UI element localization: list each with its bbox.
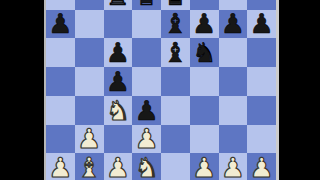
square-g2[interactable]: ♟ bbox=[219, 153, 248, 180]
square-c5[interactable]: ♟ bbox=[104, 67, 133, 96]
square-d4[interactable]: ♟ bbox=[132, 96, 161, 125]
square-d5[interactable] bbox=[132, 67, 161, 96]
square-b8[interactable] bbox=[75, 0, 104, 10]
square-e3[interactable] bbox=[161, 125, 190, 154]
square-f6[interactable]: ♞ bbox=[190, 38, 219, 67]
square-c6[interactable]: ♟ bbox=[104, 38, 133, 67]
square-e4[interactable] bbox=[161, 96, 190, 125]
square-e5[interactable] bbox=[161, 67, 190, 96]
white-knight-c4[interactable]: ♞ bbox=[106, 97, 130, 124]
square-e6[interactable]: ♝ bbox=[161, 38, 190, 67]
square-f3[interactable] bbox=[190, 125, 219, 154]
square-d2[interactable]: ♞ bbox=[132, 153, 161, 180]
black-pawn-c5[interactable]: ♟ bbox=[106, 68, 130, 95]
square-b4[interactable] bbox=[75, 96, 104, 125]
white-pawn-d3[interactable]: ♟ bbox=[135, 125, 159, 152]
square-a6[interactable] bbox=[46, 38, 75, 67]
square-c4[interactable]: ♞ bbox=[104, 96, 133, 125]
square-b5[interactable] bbox=[75, 67, 104, 96]
square-g7[interactable]: ♟ bbox=[219, 10, 248, 39]
black-bishop-e6[interactable]: ♝ bbox=[163, 39, 187, 66]
square-h2[interactable]: ♟ bbox=[247, 153, 276, 180]
square-a3[interactable] bbox=[46, 125, 75, 154]
white-pawn-c2[interactable]: ♟ bbox=[106, 154, 130, 180]
square-g6[interactable] bbox=[219, 38, 248, 67]
square-h6[interactable] bbox=[247, 38, 276, 67]
square-a2[interactable]: ♟ bbox=[46, 153, 75, 180]
square-b6[interactable] bbox=[75, 38, 104, 67]
board-edge-line-right bbox=[276, 0, 279, 180]
letterbox-left bbox=[0, 0, 44, 180]
black-pawn-d4[interactable]: ♟ bbox=[135, 97, 159, 124]
square-b7[interactable] bbox=[75, 10, 104, 39]
black-pawn-c6[interactable]: ♟ bbox=[106, 39, 130, 66]
square-d3[interactable]: ♟ bbox=[132, 125, 161, 154]
square-c2[interactable]: ♟ bbox=[104, 153, 133, 180]
white-knight-d2[interactable]: ♞ bbox=[135, 154, 159, 180]
square-d8[interactable]: ♛ bbox=[132, 0, 161, 10]
square-g3[interactable] bbox=[219, 125, 248, 154]
square-f7[interactable]: ♟ bbox=[190, 10, 219, 39]
square-c3[interactable] bbox=[104, 125, 133, 154]
square-b2[interactable]: ♝ bbox=[75, 153, 104, 180]
white-bishop-b2[interactable]: ♝ bbox=[77, 154, 101, 180]
square-a7[interactable]: ♟ bbox=[46, 10, 75, 39]
square-f2[interactable]: ♟ bbox=[190, 153, 219, 180]
black-pawn-a7[interactable]: ♟ bbox=[48, 10, 72, 37]
square-a5[interactable] bbox=[46, 67, 75, 96]
letterbox-right bbox=[279, 0, 320, 180]
square-f5[interactable] bbox=[190, 67, 219, 96]
square-e2[interactable] bbox=[161, 153, 190, 180]
square-h7[interactable]: ♟ bbox=[247, 10, 276, 39]
square-c8[interactable]: ♜ bbox=[104, 0, 133, 10]
square-h3[interactable] bbox=[247, 125, 276, 154]
black-bishop-e7[interactable]: ♝ bbox=[163, 10, 187, 37]
white-pawn-g2[interactable]: ♟ bbox=[221, 154, 245, 180]
white-pawn-h2[interactable]: ♟ bbox=[250, 154, 274, 180]
black-pawn-g7[interactable]: ♟ bbox=[221, 10, 245, 37]
square-h4[interactable] bbox=[247, 96, 276, 125]
chess-board: ♜♛♚♟♝♟♟♟♟♝♞♟♞♟♟♟♟♝♟♞♟♟♟ bbox=[46, 0, 276, 180]
square-f4[interactable] bbox=[190, 96, 219, 125]
square-h5[interactable] bbox=[247, 67, 276, 96]
white-pawn-b3[interactable]: ♟ bbox=[77, 125, 101, 152]
square-d6[interactable] bbox=[132, 38, 161, 67]
square-e7[interactable]: ♝ bbox=[161, 10, 190, 39]
board-edge-line-left bbox=[44, 0, 46, 180]
white-pawn-a2[interactable]: ♟ bbox=[48, 154, 72, 180]
square-c7[interactable] bbox=[104, 10, 133, 39]
black-knight-f6[interactable]: ♞ bbox=[192, 39, 216, 66]
square-b3[interactable]: ♟ bbox=[75, 125, 104, 154]
square-g4[interactable] bbox=[219, 96, 248, 125]
square-d7[interactable] bbox=[132, 10, 161, 39]
black-pawn-f7[interactable]: ♟ bbox=[192, 10, 216, 37]
black-rook-c8[interactable]: ♜ bbox=[106, 0, 130, 9]
black-king-e8[interactable]: ♚ bbox=[163, 0, 187, 9]
black-queen-d8[interactable]: ♛ bbox=[135, 0, 159, 9]
black-pawn-h7[interactable]: ♟ bbox=[250, 10, 274, 37]
white-pawn-f2[interactable]: ♟ bbox=[192, 154, 216, 180]
video-frame: ♜♛♚♟♝♟♟♟♟♝♞♟♞♟♟♟♟♝♟♞♟♟♟ bbox=[0, 0, 320, 180]
square-a4[interactable] bbox=[46, 96, 75, 125]
square-g5[interactable] bbox=[219, 67, 248, 96]
